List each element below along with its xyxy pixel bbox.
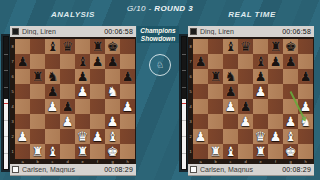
square-g7: ♟ <box>283 54 298 69</box>
square-c8: ♝ <box>45 39 60 54</box>
square-b6: ♜ <box>208 69 223 84</box>
square-d6 <box>238 69 253 84</box>
white-pawn-piece: ♟ <box>238 114 253 129</box>
square-f3 <box>268 114 283 129</box>
square-a6 <box>15 69 30 84</box>
black-pawn-piece: ♟ <box>120 69 135 84</box>
square-e4 <box>253 99 268 114</box>
square-c6: ♞ <box>45 69 60 84</box>
realtime-bottom-player-bar: Carlsen, Magnus 00:08:29 <box>188 164 314 176</box>
square-a3 <box>193 114 208 129</box>
square-f2: ♟ <box>90 129 105 144</box>
square-h2 <box>298 129 313 144</box>
black-rook-piece: ♜ <box>208 69 223 84</box>
square-a7: ♟ <box>15 54 30 69</box>
black-pawn-piece: ♟ <box>90 54 105 69</box>
square-h8 <box>120 39 135 54</box>
square-h7 <box>298 54 313 69</box>
white-pawn-piece: ♟ <box>298 99 313 114</box>
analysis-eval-center-marker <box>4 103 8 104</box>
square-f6 <box>268 69 283 84</box>
square-e8 <box>75 39 90 54</box>
analysis-bottom-player-bar: Carlsen, Magnus 00:08:29 <box>10 164 136 176</box>
square-f3 <box>90 114 105 129</box>
black-queen-piece: ♛ <box>238 39 253 54</box>
event-wordmark-line2: Showdown <box>137 35 179 43</box>
square-d5 <box>238 84 253 99</box>
square-e3 <box>75 114 90 129</box>
square-g4 <box>283 99 298 114</box>
square-b5 <box>30 84 45 99</box>
white-pawn-piece: ♟ <box>253 84 268 99</box>
square-f8: ♜ <box>268 39 283 54</box>
black-king-piece: ♚ <box>105 39 120 54</box>
realtime-eval-bar <box>181 36 187 170</box>
square-g6 <box>283 69 298 84</box>
black-knight-piece: ♞ <box>223 69 238 84</box>
white-rook-piece: ♜ <box>208 144 223 159</box>
analysis-bottom-player-name: Carlsen, Magnus <box>22 166 104 173</box>
square-h1 <box>298 144 313 159</box>
black-rook-piece: ♜ <box>268 39 283 54</box>
square-g2: ♝ <box>283 129 298 144</box>
square-e1: ♜ <box>75 144 90 159</box>
square-g2: ♝ <box>105 129 120 144</box>
black-pawn-piece: ♟ <box>15 54 30 69</box>
black-pawn-piece: ♟ <box>268 54 283 69</box>
black-side-chip <box>190 28 197 35</box>
square-g1: ♚ <box>283 144 298 159</box>
square-c1: ♝ <box>45 144 60 159</box>
square-c1: ♝ <box>223 144 238 159</box>
black-queen-piece: ♛ <box>60 39 75 54</box>
square-e8 <box>253 39 268 54</box>
white-knight-piece: ♞ <box>298 114 313 129</box>
realtime-bottom-player-clock: 00:08:29 <box>282 166 311 173</box>
white-pawn-piece: ♟ <box>105 114 120 129</box>
event-wordmark: Champions Showdown <box>137 26 179 43</box>
black-rook-piece: ♜ <box>30 69 45 84</box>
square-g5 <box>283 84 298 99</box>
square-e6: ♟ <box>253 69 268 84</box>
black-bishop-piece: ♝ <box>45 39 60 54</box>
square-d4: ♟ <box>60 99 75 114</box>
square-a3 <box>15 114 30 129</box>
square-b4 <box>30 99 45 114</box>
analysis-top-player-clock: 00:06:58 <box>104 28 133 35</box>
white-pawn-piece: ♟ <box>60 114 75 129</box>
white-pawn-piece: ♟ <box>223 99 238 114</box>
square-g5: ♞ <box>105 84 120 99</box>
analysis-eval-bar <box>3 36 9 170</box>
square-b1: ♜ <box>208 144 223 159</box>
realtime-eval-center-marker <box>182 103 186 104</box>
square-e7: ♝ <box>253 54 268 69</box>
square-c7 <box>223 54 238 69</box>
white-bishop-piece: ♝ <box>45 144 60 159</box>
square-d6 <box>60 69 75 84</box>
square-a4 <box>15 99 30 114</box>
square-f1 <box>90 144 105 159</box>
square-c7 <box>45 54 60 69</box>
white-pawn-piece: ♟ <box>15 129 30 144</box>
square-e6: ♟ <box>75 69 90 84</box>
realtime-chess-board: ♝♛♜♚♟♝♟♟♜♞♟♟♟♟♟♟♟♟♟♞♟♛♟♝♜♝♜♚ <box>193 39 313 159</box>
square-c2 <box>223 129 238 144</box>
square-e5: ♟ <box>253 84 268 99</box>
black-pawn-piece: ♟ <box>193 54 208 69</box>
square-c4: ♟ <box>45 99 60 114</box>
realtime-bottom-player-name: Carlsen, Magnus <box>200 166 282 173</box>
analysis-eval-black-portion <box>4 37 8 99</box>
square-a5 <box>193 84 208 99</box>
white-rook-piece: ♜ <box>253 144 268 159</box>
square-d8: ♛ <box>60 39 75 54</box>
square-d2 <box>238 129 253 144</box>
white-knight-piece: ♞ <box>105 84 120 99</box>
square-e7: ♝ <box>75 54 90 69</box>
black-pawn-piece: ♟ <box>45 84 60 99</box>
square-d7 <box>60 54 75 69</box>
square-b1: ♜ <box>30 144 45 159</box>
realtime-top-player-name: Ding, Liren <box>200 28 282 35</box>
white-pawn-piece: ♟ <box>268 129 283 144</box>
square-g6 <box>105 69 120 84</box>
white-bishop-piece: ♝ <box>223 144 238 159</box>
white-queen-piece: ♛ <box>75 129 90 144</box>
square-c2 <box>45 129 60 144</box>
analysis-chess-board: ♝♛♜♚♟♝♟♟♜♞♟♟♟♟♞♟♟♟♟♟♟♛♟♝♜♝♜♚ <box>15 39 135 159</box>
white-queen-piece: ♛ <box>253 129 268 144</box>
black-pawn-piece: ♟ <box>253 69 268 84</box>
square-d1 <box>60 144 75 159</box>
square-h4: ♟ <box>120 99 135 114</box>
square-f1 <box>268 144 283 159</box>
square-a4 <box>193 99 208 114</box>
black-knight-piece: ♞ <box>45 69 60 84</box>
square-h3: ♞ <box>298 114 313 129</box>
square-h3 <box>120 114 135 129</box>
black-pawn-piece: ♟ <box>75 69 90 84</box>
black-bishop-piece: ♝ <box>253 54 268 69</box>
square-c3 <box>45 114 60 129</box>
square-a8 <box>15 39 30 54</box>
square-a1 <box>193 144 208 159</box>
square-b8 <box>30 39 45 54</box>
black-king-piece: ♚ <box>283 39 298 54</box>
square-c6: ♞ <box>223 69 238 84</box>
square-f5 <box>90 84 105 99</box>
square-f8: ♜ <box>90 39 105 54</box>
square-d7 <box>238 54 253 69</box>
square-c4: ♟ <box>223 99 238 114</box>
square-g4 <box>105 99 120 114</box>
black-pawn-piece: ♟ <box>223 84 238 99</box>
square-b7 <box>208 54 223 69</box>
square-f7: ♟ <box>268 54 283 69</box>
white-king-piece: ♚ <box>105 144 120 159</box>
event-wordmark-line1: Champions <box>137 27 179 35</box>
white-side-chip <box>12 166 19 173</box>
square-f4 <box>90 99 105 114</box>
square-f7: ♟ <box>90 54 105 69</box>
square-d4: ♟ <box>238 99 253 114</box>
square-d2 <box>60 129 75 144</box>
square-e2: ♛ <box>253 129 268 144</box>
broadcast-frame: ANALYSIS G/10 - ROUND 3 REAL TIME Champi… <box>0 0 320 180</box>
white-pawn-piece: ♟ <box>90 129 105 144</box>
square-a2: ♟ <box>15 129 30 144</box>
square-h5 <box>120 84 135 99</box>
square-b5 <box>208 84 223 99</box>
square-e5: ♟ <box>75 84 90 99</box>
white-king-piece: ♚ <box>283 144 298 159</box>
white-pawn-piece: ♟ <box>283 114 298 129</box>
realtime-eval-black-portion <box>182 37 186 99</box>
black-bishop-piece: ♝ <box>223 39 238 54</box>
white-side-chip <box>190 166 197 173</box>
square-b2 <box>208 129 223 144</box>
square-h8 <box>298 39 313 54</box>
square-e4 <box>75 99 90 114</box>
white-bishop-piece: ♝ <box>105 129 120 144</box>
black-pawn-piece: ♟ <box>60 99 75 114</box>
square-f2: ♟ <box>268 129 283 144</box>
square-c8: ♝ <box>223 39 238 54</box>
white-rook-piece: ♜ <box>75 144 90 159</box>
realtime-top-player-clock: 00:06:58 <box>282 28 311 35</box>
square-h2 <box>120 129 135 144</box>
white-pawn-piece: ♟ <box>193 129 208 144</box>
time-control-label: G/10 - <box>127 4 154 13</box>
black-pawn-piece: ♟ <box>238 99 253 114</box>
square-b7 <box>30 54 45 69</box>
knight-emblem-glyph: ♘ <box>156 61 164 70</box>
analysis-board-frame: 87654321 ♝♛♜♚♟♝♟♟♜♞♟♟♟♟♞♟♟♟♟♟♟♛♟♝♜♝♜♚ ab… <box>10 37 136 164</box>
black-side-chip <box>12 28 19 35</box>
square-a1 <box>15 144 30 159</box>
square-h6: ♟ <box>298 69 313 84</box>
square-c3 <box>223 114 238 129</box>
square-h5 <box>298 84 313 99</box>
square-e3 <box>253 114 268 129</box>
square-h7 <box>120 54 135 69</box>
square-d3: ♟ <box>60 114 75 129</box>
white-pawn-piece: ♟ <box>45 99 60 114</box>
square-f6 <box>90 69 105 84</box>
black-bishop-piece: ♝ <box>75 54 90 69</box>
square-b8 <box>208 39 223 54</box>
black-rook-piece: ♜ <box>90 39 105 54</box>
black-pawn-piece: ♟ <box>105 54 120 69</box>
square-g8: ♚ <box>283 39 298 54</box>
tab-real-time: REAL TIME <box>188 9 316 20</box>
square-b3 <box>30 114 45 129</box>
analysis-bottom-player-clock: 00:08:29 <box>104 166 133 173</box>
square-h1 <box>120 144 135 159</box>
square-a2: ♟ <box>193 129 208 144</box>
square-b6: ♜ <box>30 69 45 84</box>
square-b2 <box>30 129 45 144</box>
chess-club-emblem-icon: ♘ <box>149 54 171 76</box>
square-g3: ♟ <box>283 114 298 129</box>
white-bishop-piece: ♝ <box>283 129 298 144</box>
square-b3 <box>208 114 223 129</box>
square-a7: ♟ <box>193 54 208 69</box>
square-a8 <box>193 39 208 54</box>
square-d1 <box>238 144 253 159</box>
square-e2: ♛ <box>75 129 90 144</box>
realtime-board-frame: 87654321 ♝♛♜♚♟♝♟♟♜♞♟♟♟♟♟♟♟♟♟♞♟♛♟♝♜♝♜♚ ab… <box>188 37 314 164</box>
square-g7: ♟ <box>105 54 120 69</box>
square-c5: ♟ <box>223 84 238 99</box>
white-pawn-piece: ♟ <box>75 84 90 99</box>
black-pawn-piece: ♟ <box>283 54 298 69</box>
analysis-top-player-name: Ding, Liren <box>22 28 104 35</box>
square-h4: ♟ <box>298 99 313 114</box>
square-g1: ♚ <box>105 144 120 159</box>
square-d8: ♛ <box>238 39 253 54</box>
square-e1: ♜ <box>253 144 268 159</box>
black-pawn-piece: ♟ <box>298 69 313 84</box>
square-d3: ♟ <box>238 114 253 129</box>
white-rook-piece: ♜ <box>30 144 45 159</box>
square-f5 <box>268 84 283 99</box>
square-g8: ♚ <box>105 39 120 54</box>
square-h6: ♟ <box>120 69 135 84</box>
square-b4 <box>208 99 223 114</box>
square-g3: ♟ <box>105 114 120 129</box>
square-f4 <box>268 99 283 114</box>
white-pawn-piece: ♟ <box>120 99 135 114</box>
square-d5 <box>60 84 75 99</box>
square-a6 <box>193 69 208 84</box>
square-c5: ♟ <box>45 84 60 99</box>
square-a5 <box>15 84 30 99</box>
